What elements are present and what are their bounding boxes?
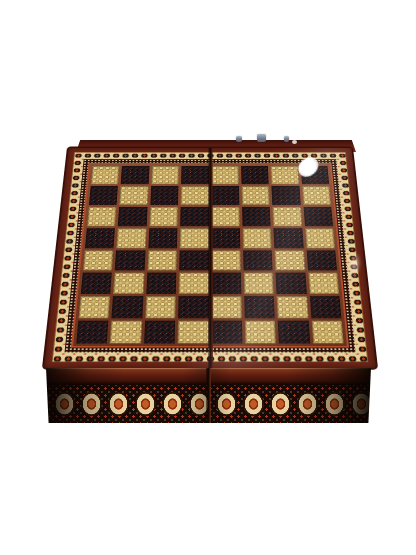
square-h3[interactable]	[308, 273, 339, 294]
square-e4[interactable]	[211, 250, 240, 271]
square-c1[interactable]	[144, 321, 175, 344]
square-b6[interactable]	[118, 207, 147, 226]
square-b8[interactable]	[121, 166, 149, 184]
square-e5[interactable]	[211, 228, 240, 248]
square-g2[interactable]	[277, 296, 308, 318]
square-e7[interactable]	[211, 186, 239, 205]
square-e1[interactable]	[211, 321, 242, 344]
square-c4[interactable]	[147, 250, 177, 271]
hinge-icon	[284, 136, 289, 142]
square-g7[interactable]	[272, 186, 301, 205]
square-b4[interactable]	[115, 250, 145, 271]
square-a8[interactable]	[91, 166, 120, 184]
fold-seam-front	[206, 368, 211, 423]
square-a2[interactable]	[79, 296, 111, 318]
square-c7[interactable]	[150, 186, 178, 205]
square-f3[interactable]	[244, 273, 274, 294]
square-e6[interactable]	[211, 207, 239, 226]
square-h5[interactable]	[305, 228, 335, 248]
square-h1[interactable]	[311, 321, 343, 344]
square-a4[interactable]	[83, 250, 114, 271]
square-f8[interactable]	[241, 166, 269, 184]
square-c3[interactable]	[146, 273, 176, 294]
square-c5[interactable]	[148, 228, 177, 248]
square-g6[interactable]	[273, 207, 302, 226]
square-c2[interactable]	[145, 296, 176, 318]
square-a3[interactable]	[81, 273, 112, 294]
square-a7[interactable]	[89, 186, 118, 205]
square-d4[interactable]	[179, 250, 208, 271]
square-b1[interactable]	[110, 321, 142, 344]
square-f5[interactable]	[242, 228, 271, 248]
fold-seam-top	[208, 148, 213, 368]
square-d5[interactable]	[180, 228, 209, 248]
square-c8[interactable]	[151, 166, 179, 184]
hinge-icon	[257, 134, 266, 142]
square-f4[interactable]	[243, 250, 273, 271]
square-a6[interactable]	[87, 207, 117, 226]
square-f6[interactable]	[242, 207, 271, 226]
square-b7[interactable]	[120, 186, 149, 205]
square-f7[interactable]	[241, 186, 269, 205]
square-h7[interactable]	[302, 186, 331, 205]
square-b5[interactable]	[117, 228, 147, 248]
square-c6[interactable]	[149, 207, 178, 226]
square-g1[interactable]	[278, 321, 310, 344]
square-d1[interactable]	[178, 321, 209, 344]
square-d6[interactable]	[180, 207, 208, 226]
square-f2[interactable]	[244, 296, 275, 318]
square-g8[interactable]	[271, 166, 299, 184]
chess-board	[44, 148, 376, 368]
square-d7[interactable]	[181, 186, 209, 205]
square-h4[interactable]	[306, 250, 337, 271]
square-g3[interactable]	[276, 273, 307, 294]
square-h6[interactable]	[303, 207, 333, 226]
square-d8[interactable]	[181, 166, 209, 184]
square-b2[interactable]	[112, 296, 143, 318]
square-e2[interactable]	[211, 296, 241, 318]
box-front-panel	[46, 368, 371, 423]
square-h2[interactable]	[310, 296, 342, 318]
square-a1[interactable]	[76, 321, 108, 344]
square-g4[interactable]	[275, 250, 305, 271]
glare-dot	[292, 140, 297, 144]
square-e8[interactable]	[211, 166, 239, 184]
photo-scene	[0, 0, 416, 555]
square-f1[interactable]	[245, 321, 276, 344]
square-d2[interactable]	[178, 296, 208, 318]
square-g5[interactable]	[274, 228, 304, 248]
square-d3[interactable]	[179, 273, 209, 294]
hinge-icon	[236, 136, 242, 142]
square-a5[interactable]	[85, 228, 115, 248]
square-b3[interactable]	[113, 273, 144, 294]
square-e3[interactable]	[211, 273, 241, 294]
